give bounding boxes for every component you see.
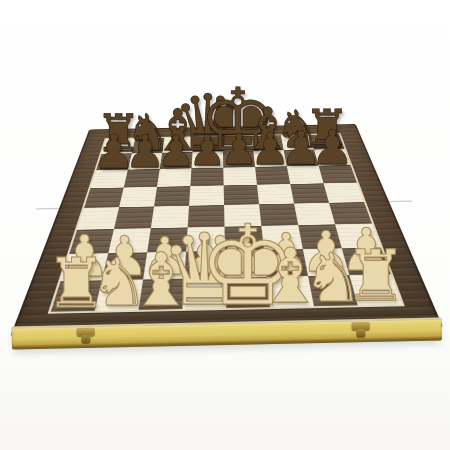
square-a1 [51, 280, 102, 311]
chess-board [10, 124, 443, 337]
square-g5 [290, 183, 329, 203]
square-h4 [329, 202, 372, 224]
square-c5 [154, 186, 190, 206]
square-g6 [287, 166, 324, 184]
square-f7 [253, 150, 287, 167]
square-g4 [294, 203, 335, 225]
square-g7 [284, 150, 319, 167]
square-a4 [77, 207, 119, 230]
square-f2 [264, 249, 308, 277]
square-c4 [151, 206, 189, 228]
square-d6 [190, 168, 223, 186]
square-e2 [225, 250, 267, 278]
clasp-knob-icon [81, 335, 90, 343]
square-f1 [267, 276, 314, 307]
square-d1 [182, 278, 226, 309]
square-c8 [162, 137, 193, 153]
square-c7 [160, 152, 193, 169]
square-e6 [223, 167, 257, 185]
square-a3 [69, 229, 114, 254]
square-e1 [226, 277, 271, 308]
square-e3 [225, 226, 264, 251]
board-frame [10, 124, 443, 337]
square-h5 [324, 183, 364, 203]
square-e8 [223, 136, 254, 151]
square-d4 [188, 205, 225, 227]
square-f3 [261, 225, 303, 250]
square-b8 [132, 138, 165, 154]
square-b7 [128, 153, 162, 170]
square-c2 [143, 252, 186, 280]
square-b1 [95, 279, 143, 310]
square-d2 [184, 251, 225, 279]
square-f4 [259, 204, 298, 226]
scene: ♜♞♝♛♚♝♞♜♟♟♟♟♟♟♟♟♟♟♟♟♟♟♟♟♜♞♝♛♚♝♞♜ [0, 0, 450, 450]
board-grid [48, 133, 405, 313]
square-b6 [124, 169, 160, 188]
square-d7 [191, 151, 223, 168]
square-b3 [108, 228, 151, 253]
square-c1 [138, 279, 184, 310]
square-a8 [101, 138, 135, 154]
square-h2 [342, 248, 391, 276]
square-b5 [119, 187, 157, 207]
square-e7 [223, 151, 255, 168]
square-f6 [255, 166, 290, 184]
square-h1 [349, 274, 401, 305]
square-a7 [96, 153, 132, 170]
square-a5 [84, 188, 124, 208]
square-d5 [189, 185, 224, 205]
square-f8 [252, 135, 284, 150]
square-h8 [310, 134, 345, 149]
square-d8 [193, 137, 223, 152]
square-c6 [157, 168, 191, 187]
brass-clasp-right [352, 321, 370, 330]
square-e4 [224, 204, 261, 226]
square-e5 [224, 185, 259, 205]
square-h7 [314, 149, 350, 166]
square-d3 [186, 227, 225, 252]
square-a2 [61, 253, 109, 281]
square-b4 [114, 206, 154, 229]
square-g8 [281, 135, 314, 150]
square-f5 [257, 184, 294, 204]
photo-tilt-group [0, 0, 450, 450]
square-c3 [147, 227, 187, 252]
square-a6 [90, 170, 128, 189]
square-h6 [319, 165, 357, 183]
brass-clasp-left [77, 327, 95, 336]
square-b2 [102, 252, 147, 280]
square-h3 [335, 224, 381, 249]
clasp-knob-icon [356, 329, 365, 337]
